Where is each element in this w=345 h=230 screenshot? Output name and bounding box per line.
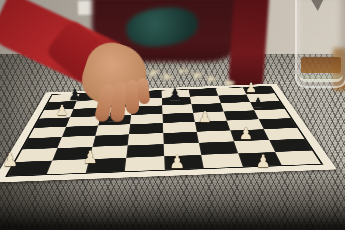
piece-white-pawn-a3[interactable]: ♟ (2, 151, 18, 169)
piece-white-pawn-e2[interactable]: ♟ (169, 153, 185, 171)
chess-photo-scene: ♟♞♟♝♟♟♟ ♟♟♟♟♟♟♟♟♟♟♟♟ (0, 0, 345, 230)
piece-white-pawn-f6[interactable]: ♟ (198, 110, 211, 125)
piece-black-pawn-h7[interactable]: ♟ (252, 96, 264, 109)
piece-white-pawn-a7[interactable]: ♟ (56, 103, 69, 117)
piece-black-pawn-e8[interactable]: ♟ (168, 87, 182, 103)
piece-white-pawn-h8[interactable]: ♟ (245, 81, 257, 94)
piece-white-pawn-g2[interactable]: ♟ (255, 153, 270, 170)
piece-black-pawn-b8[interactable]: ♟ (68, 88, 81, 103)
piece-white-pawn-g4[interactable]: ♟ (239, 126, 253, 142)
piece-white-pawn-c3[interactable]: ♟ (82, 149, 97, 166)
